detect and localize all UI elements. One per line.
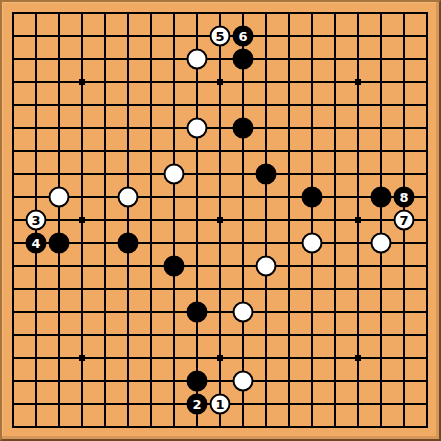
- white-stone: [187, 118, 208, 139]
- star-point: [79, 355, 85, 361]
- black-stone: [233, 118, 254, 139]
- black-stone: [49, 233, 70, 254]
- white-stone: [118, 187, 139, 208]
- black-stone-move-2: 2: [187, 394, 208, 415]
- black-stone-move-4: 4: [26, 233, 47, 254]
- white-stone: [49, 187, 70, 208]
- white-stone: [371, 233, 392, 254]
- white-stone: [233, 371, 254, 392]
- white-stone: [233, 302, 254, 323]
- move-number: 1: [215, 398, 224, 411]
- move-number: 3: [31, 214, 40, 227]
- black-stone: [187, 371, 208, 392]
- black-stone: [233, 49, 254, 70]
- black-stone: [118, 233, 139, 254]
- white-stone: [302, 233, 323, 254]
- white-stone-move-7: 7: [394, 210, 415, 231]
- star-point: [217, 79, 223, 85]
- move-number: 4: [31, 237, 40, 250]
- black-stone: [371, 187, 392, 208]
- black-stone: [302, 187, 323, 208]
- star-point: [355, 79, 361, 85]
- move-number: 7: [399, 214, 408, 227]
- star-point: [79, 217, 85, 223]
- white-stone-move-3: 3: [26, 210, 47, 231]
- go-board: 56837421: [0, 0, 441, 441]
- white-stone-move-1: 1: [210, 394, 231, 415]
- move-number: 2: [192, 398, 201, 411]
- black-stone-move-6: 6: [233, 26, 254, 47]
- black-stone: [164, 256, 185, 277]
- black-stone-move-8: 8: [394, 187, 415, 208]
- black-stone: [187, 302, 208, 323]
- move-number: 6: [238, 30, 247, 43]
- star-point: [217, 217, 223, 223]
- white-stone: [187, 49, 208, 70]
- star-point: [355, 355, 361, 361]
- star-point: [79, 79, 85, 85]
- white-stone: [164, 164, 185, 185]
- white-stone: [256, 256, 277, 277]
- move-number: 5: [215, 30, 224, 43]
- star-point: [217, 355, 223, 361]
- black-stone: [256, 164, 277, 185]
- white-stone-move-5: 5: [210, 26, 231, 47]
- star-point: [355, 217, 361, 223]
- move-number: 8: [399, 191, 408, 204]
